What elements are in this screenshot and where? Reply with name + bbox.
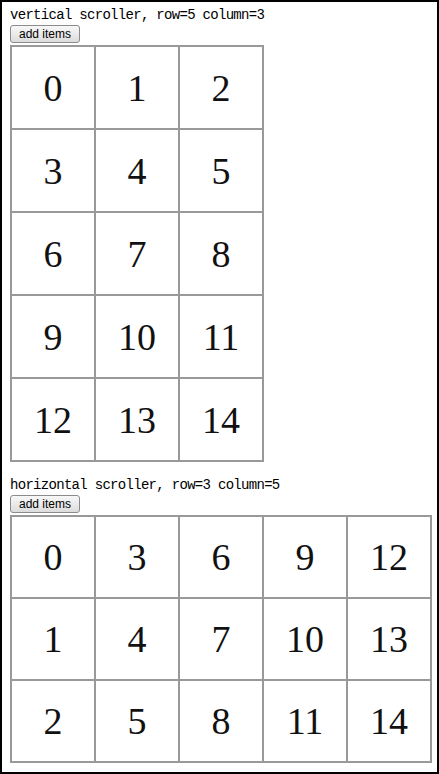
vertical-scroller-grid[interactable]: 01234567891011121314 (10, 45, 264, 462)
grid-cell[interactable]: 8 (180, 681, 262, 761)
grid-cell[interactable]: 10 (96, 296, 178, 377)
grid-cell[interactable]: 13 (96, 379, 178, 460)
grid-cell[interactable]: 5 (96, 681, 178, 761)
grid-cell[interactable]: 1 (12, 599, 94, 679)
grid-cell[interactable]: 7 (180, 599, 262, 679)
grid-cell[interactable]: 11 (180, 296, 262, 377)
horizontal-scroller-section: horizontal scroller, row=3 column=5 add … (10, 478, 429, 763)
grid-cell[interactable]: 9 (12, 296, 94, 377)
grid-cell[interactable]: 3 (12, 130, 94, 211)
grid-cell[interactable]: 13 (348, 599, 430, 679)
grid-cell[interactable]: 14 (180, 379, 262, 460)
grid-cell[interactable]: 6 (12, 213, 94, 294)
horizontal-scroller-title: horizontal scroller, row=3 column=5 (10, 478, 429, 493)
grid-cell[interactable]: 4 (96, 130, 178, 211)
grid-cell[interactable]: 3 (96, 517, 178, 597)
grid-cell[interactable]: 4 (96, 599, 178, 679)
add-items-button-vertical[interactable]: add items (10, 25, 80, 43)
grid-cell[interactable]: 7 (96, 213, 178, 294)
grid-cell[interactable]: 2 (180, 47, 262, 128)
grid-cell[interactable]: 10 (264, 599, 346, 679)
vertical-scroller-section: vertical scroller, row=5 column=3 add it… (10, 8, 429, 462)
grid-cell[interactable]: 5 (180, 130, 262, 211)
horizontal-scroller-grid[interactable]: 03691214710132581114 (10, 515, 432, 763)
vertical-scroller-title: vertical scroller, row=5 column=3 (10, 8, 429, 23)
grid-cell[interactable]: 11 (264, 681, 346, 761)
grid-cell[interactable]: 6 (180, 517, 262, 597)
grid-cell[interactable]: 9 (264, 517, 346, 597)
grid-cell[interactable]: 0 (12, 517, 94, 597)
grid-cell[interactable]: 12 (12, 379, 94, 460)
grid-cell[interactable]: 2 (12, 681, 94, 761)
grid-cell[interactable]: 8 (180, 213, 262, 294)
add-items-button-horizontal[interactable]: add items (10, 495, 80, 513)
grid-cell[interactable]: 12 (348, 517, 430, 597)
grid-cell[interactable]: 14 (348, 681, 430, 761)
grid-cell[interactable]: 0 (12, 47, 94, 128)
grid-cell[interactable]: 1 (96, 47, 178, 128)
page: vertical scroller, row=5 column=3 add it… (0, 0, 439, 774)
